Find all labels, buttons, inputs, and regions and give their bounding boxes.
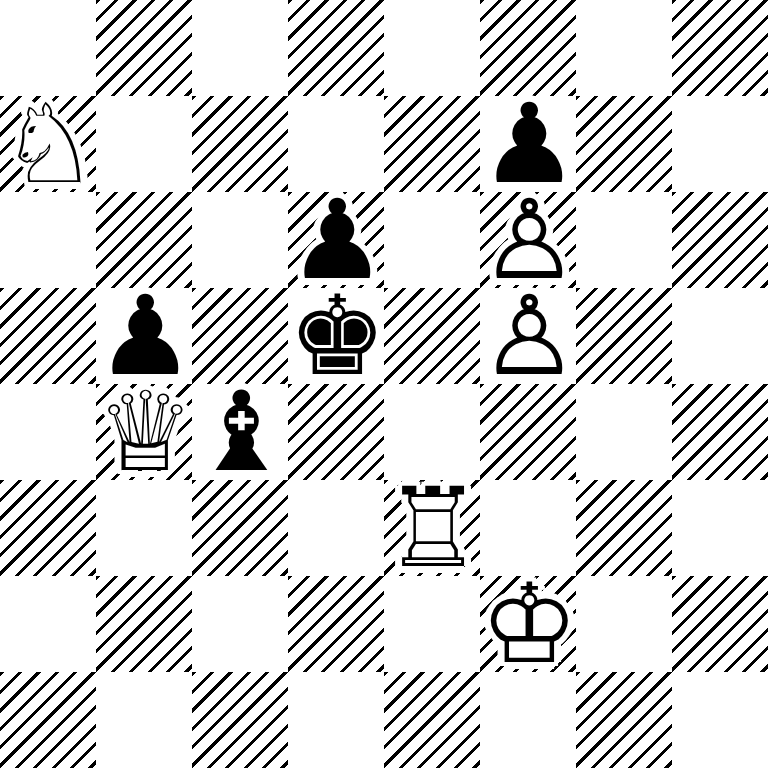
square-a6[interactable] [0,192,96,288]
square-h8[interactable] [672,0,768,96]
black-pawn-icon: ♟ [288,192,384,288]
chess-board: ♞♘♟♟♟♟♟♙♟♟♚♚♟♙♛♕♝♝♜♖♚♔ [0,0,768,768]
square-a4[interactable] [0,384,96,480]
square-d7[interactable] [288,96,384,192]
piece-halo-fill-layer: ♚ [480,576,576,672]
piece-halo-fill-layer: ♟ [96,288,192,384]
black-pawn-icon: ♟ [96,288,192,384]
square-b3[interactable] [96,480,192,576]
square-g5[interactable] [576,288,672,384]
square-b6[interactable] [96,192,192,288]
square-h2[interactable] [672,576,768,672]
piece-white-rook[interactable]: ♜♖ [384,480,480,576]
square-d3[interactable] [288,480,384,576]
square-d6[interactable]: ♟♟ [288,192,384,288]
square-c4[interactable]: ♝♝ [192,384,288,480]
piece-black-bishop[interactable]: ♝♝ [192,384,288,480]
square-c6[interactable] [192,192,288,288]
square-b7[interactable] [96,96,192,192]
square-e7[interactable] [384,96,480,192]
piece-halo-fill-layer: ♜ [384,480,480,576]
square-a3[interactable] [0,480,96,576]
square-a2[interactable] [0,576,96,672]
square-h4[interactable] [672,384,768,480]
white-pawn-icon: ♙ [480,192,576,288]
square-d2[interactable] [288,576,384,672]
piece-halo-fill-layer: ♚ [288,288,384,384]
square-g1[interactable] [576,672,672,768]
square-e3[interactable]: ♜♖ [384,480,480,576]
square-h3[interactable] [672,480,768,576]
black-king-icon: ♚ [288,288,384,384]
square-h5[interactable] [672,288,768,384]
piece-halo-fill-layer: ♟ [288,192,384,288]
square-c8[interactable] [192,0,288,96]
square-b5[interactable]: ♟♟ [96,288,192,384]
square-c3[interactable] [192,480,288,576]
square-a1[interactable] [0,672,96,768]
square-f7[interactable]: ♟♟ [480,96,576,192]
square-d4[interactable] [288,384,384,480]
square-c2[interactable] [192,576,288,672]
square-h1[interactable] [672,672,768,768]
square-g6[interactable] [576,192,672,288]
square-d1[interactable] [288,672,384,768]
square-f2[interactable]: ♚♔ [480,576,576,672]
piece-black-king[interactable]: ♚♚ [288,288,384,384]
square-a7[interactable]: ♞♘ [0,96,96,192]
piece-halo-fill-layer: ♝ [192,384,288,480]
square-a5[interactable] [0,288,96,384]
white-knight-icon: ♘ [0,96,96,192]
square-b2[interactable] [96,576,192,672]
white-queen-icon: ♕ [96,384,192,480]
square-f3[interactable] [480,480,576,576]
black-pawn-icon: ♟ [480,96,576,192]
piece-white-king[interactable]: ♚♔ [480,576,576,672]
white-rook-icon: ♖ [384,480,480,576]
square-g4[interactable] [576,384,672,480]
piece-halo-fill-layer: ♟ [480,192,576,288]
piece-white-queen[interactable]: ♛♕ [96,384,192,480]
square-e1[interactable] [384,672,480,768]
square-e8[interactable] [384,0,480,96]
square-a8[interactable] [0,0,96,96]
piece-halo-fill-layer: ♞ [0,96,96,192]
square-f8[interactable] [480,0,576,96]
black-bishop-icon: ♝ [192,384,288,480]
square-d5[interactable]: ♚♚ [288,288,384,384]
square-e6[interactable] [384,192,480,288]
square-b8[interactable] [96,0,192,96]
square-h7[interactable] [672,96,768,192]
piece-black-pawn[interactable]: ♟♟ [288,192,384,288]
square-g3[interactable] [576,480,672,576]
piece-black-pawn[interactable]: ♟♟ [480,96,576,192]
square-b1[interactable] [96,672,192,768]
square-f5[interactable]: ♟♙ [480,288,576,384]
piece-halo-fill-layer: ♟ [480,96,576,192]
square-e2[interactable] [384,576,480,672]
square-e5[interactable] [384,288,480,384]
square-g2[interactable] [576,576,672,672]
piece-halo-fill-layer: ♛ [96,384,192,480]
square-g7[interactable] [576,96,672,192]
square-e4[interactable] [384,384,480,480]
square-f1[interactable] [480,672,576,768]
square-f4[interactable] [480,384,576,480]
piece-halo-fill-layer: ♟ [480,288,576,384]
square-c7[interactable] [192,96,288,192]
piece-black-pawn[interactable]: ♟♟ [96,288,192,384]
square-d8[interactable] [288,0,384,96]
square-b4[interactable]: ♛♕ [96,384,192,480]
square-g8[interactable] [576,0,672,96]
square-f6[interactable]: ♟♙ [480,192,576,288]
white-king-icon: ♔ [480,576,576,672]
piece-white-knight[interactable]: ♞♘ [0,96,96,192]
square-c5[interactable] [192,288,288,384]
chess-diagram: ♞♘♟♟♟♟♟♙♟♟♚♚♟♙♛♕♝♝♜♖♚♔ [0,0,768,768]
square-c1[interactable] [192,672,288,768]
piece-white-pawn[interactable]: ♟♙ [480,192,576,288]
square-h6[interactable] [672,192,768,288]
piece-white-pawn[interactable]: ♟♙ [480,288,576,384]
white-pawn-icon: ♙ [480,288,576,384]
